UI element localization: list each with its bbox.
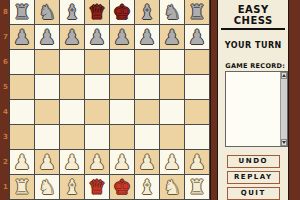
scroll-down-icon[interactable]	[281, 139, 287, 146]
black-rook[interactable]: ♜	[13, 0, 31, 25]
white-knight[interactable]: ♞	[38, 175, 56, 200]
square-c8[interactable]: ♝	[60, 0, 85, 25]
white-pawn[interactable]: ♟	[188, 150, 206, 175]
square-a2[interactable]: ♟	[10, 150, 35, 175]
white-bishop[interactable]: ♝	[138, 175, 156, 200]
record-scrollbar[interactable]	[280, 72, 287, 146]
square-f1[interactable]: ♝	[135, 175, 160, 200]
square-g4[interactable]	[160, 100, 185, 125]
square-d7[interactable]: ♟	[85, 25, 110, 50]
black-bishop[interactable]: ♝	[138, 0, 156, 25]
square-d4[interactable]	[85, 100, 110, 125]
easy-chess-window: 87654321 ♜♞♝♛♚♝♞♜♟♟♟♟♟♟♟♟♟♟♟♟♟♟♟♟♜♞♝♛♚♝♞…	[0, 0, 300, 200]
square-f2[interactable]: ♟	[135, 150, 160, 175]
square-c5[interactable]	[60, 75, 85, 100]
black-queen[interactable]: ♛	[88, 0, 106, 25]
board-sidebar-divider	[210, 0, 217, 200]
white-rook[interactable]: ♜	[188, 175, 206, 200]
game-record-label: GAME RECORD:	[225, 62, 288, 70]
black-pawn[interactable]: ♟	[88, 25, 106, 50]
square-c3[interactable]	[60, 125, 85, 150]
white-pawn[interactable]: ♟	[38, 150, 56, 175]
square-h7[interactable]: ♟	[185, 25, 210, 50]
turn-status: YOUR TURN	[218, 41, 288, 50]
game-record-box[interactable]	[225, 71, 288, 147]
square-d3[interactable]	[85, 125, 110, 150]
square-e2[interactable]: ♟	[110, 150, 135, 175]
square-g8[interactable]: ♞	[160, 0, 185, 25]
square-b8[interactable]: ♞	[35, 0, 60, 25]
square-a4[interactable]	[10, 100, 35, 125]
quit-button[interactable]: QUIT	[227, 187, 280, 200]
square-a5[interactable]	[10, 75, 35, 100]
square-a1[interactable]: ♜	[10, 175, 35, 200]
game-record-text	[228, 73, 278, 145]
square-g5[interactable]	[160, 75, 185, 100]
square-d2[interactable]: ♟	[85, 150, 110, 175]
white-knight[interactable]: ♞	[163, 175, 181, 200]
square-g6[interactable]	[160, 50, 185, 75]
square-e8[interactable]: ♚	[110, 0, 135, 25]
white-pawn[interactable]: ♟	[88, 150, 106, 175]
rank-label-4: 4	[0, 100, 9, 125]
sidebar: EASY CHESS YOUR TURN GAME RECORD: UNDO R…	[217, 0, 289, 200]
scroll-up-icon[interactable]	[281, 72, 287, 79]
white-pawn[interactable]: ♟	[13, 150, 31, 175]
black-pawn[interactable]: ♟	[13, 25, 31, 50]
square-e5[interactable]	[110, 75, 135, 100]
replay-button[interactable]: REPLAY	[227, 171, 280, 184]
rank-label-3: 3	[0, 125, 9, 150]
black-pawn[interactable]: ♟	[138, 25, 156, 50]
square-d5[interactable]	[85, 75, 110, 100]
square-b6[interactable]	[35, 50, 60, 75]
black-pawn[interactable]: ♟	[163, 25, 181, 50]
square-c1[interactable]: ♝	[60, 175, 85, 200]
square-g3[interactable]	[160, 125, 185, 150]
white-pawn[interactable]: ♟	[63, 150, 81, 175]
white-king[interactable]: ♚	[113, 175, 131, 200]
black-knight[interactable]: ♞	[38, 0, 56, 25]
square-e4[interactable]	[110, 100, 135, 125]
square-b7[interactable]: ♟	[35, 25, 60, 50]
square-h6[interactable]	[185, 50, 210, 75]
square-h8[interactable]: ♜	[185, 0, 210, 25]
black-pawn[interactable]: ♟	[63, 25, 81, 50]
square-g1[interactable]: ♞	[160, 175, 185, 200]
square-e6[interactable]	[110, 50, 135, 75]
right-frame	[289, 0, 300, 200]
rank-label-7: 7	[0, 25, 9, 50]
square-a7[interactable]: ♟	[10, 25, 35, 50]
square-e3[interactable]	[110, 125, 135, 150]
square-b2[interactable]: ♟	[35, 150, 60, 175]
black-knight[interactable]: ♞	[163, 0, 181, 25]
square-d6[interactable]	[85, 50, 110, 75]
square-d8[interactable]: ♛	[85, 0, 110, 25]
rank-labels: 87654321	[0, 0, 9, 200]
square-g2[interactable]: ♟	[160, 150, 185, 175]
square-h5[interactable]	[185, 75, 210, 100]
square-f8[interactable]: ♝	[135, 0, 160, 25]
square-b3[interactable]	[35, 125, 60, 150]
square-f3[interactable]	[135, 125, 160, 150]
square-h3[interactable]	[185, 125, 210, 150]
black-pawn[interactable]: ♟	[113, 25, 131, 50]
white-queen[interactable]: ♛	[88, 175, 106, 200]
square-c4[interactable]	[60, 100, 85, 125]
square-c6[interactable]	[60, 50, 85, 75]
square-a6[interactable]	[10, 50, 35, 75]
button-stack: UNDO REPLAY QUIT	[218, 155, 288, 200]
undo-button[interactable]: UNDO	[227, 155, 280, 168]
square-c7[interactable]: ♟	[60, 25, 85, 50]
title-underline	[221, 28, 285, 30]
rank-label-1: 1	[0, 175, 9, 200]
rank-label-8: 8	[0, 0, 9, 25]
app-title: EASY CHESS	[218, 4, 288, 26]
white-pawn[interactable]: ♟	[163, 150, 181, 175]
black-pawn[interactable]: ♟	[38, 25, 56, 50]
rank-label-5: 5	[0, 75, 9, 100]
square-f4[interactable]	[135, 100, 160, 125]
square-b1[interactable]: ♞	[35, 175, 60, 200]
white-pawn[interactable]: ♟	[138, 150, 156, 175]
rank-label-2: 2	[0, 150, 9, 175]
white-pawn[interactable]: ♟	[113, 150, 131, 175]
white-bishop[interactable]: ♝	[63, 175, 81, 200]
square-g7[interactable]: ♟	[160, 25, 185, 50]
black-bishop[interactable]: ♝	[63, 0, 81, 25]
square-e1[interactable]: ♚	[110, 175, 135, 200]
square-c2[interactable]: ♟	[60, 150, 85, 175]
square-e7[interactable]: ♟	[110, 25, 135, 50]
square-f5[interactable]	[135, 75, 160, 100]
square-f6[interactable]	[135, 50, 160, 75]
square-h2[interactable]: ♟	[185, 150, 210, 175]
square-h1[interactable]: ♜	[185, 175, 210, 200]
black-king[interactable]: ♚	[113, 0, 131, 25]
square-f7[interactable]: ♟	[135, 25, 160, 50]
square-a8[interactable]: ♜	[10, 0, 35, 25]
square-b4[interactable]	[35, 100, 60, 125]
square-h4[interactable]	[185, 100, 210, 125]
chess-board: ♜♞♝♛♚♝♞♜♟♟♟♟♟♟♟♟♟♟♟♟♟♟♟♟♜♞♝♛♚♝♞♜	[9, 0, 210, 200]
square-d1[interactable]: ♛	[85, 175, 110, 200]
square-b5[interactable]	[35, 75, 60, 100]
black-pawn[interactable]: ♟	[188, 25, 206, 50]
black-rook[interactable]: ♜	[188, 0, 206, 25]
white-rook[interactable]: ♜	[13, 175, 31, 200]
square-a3[interactable]	[10, 125, 35, 150]
rank-label-6: 6	[0, 50, 9, 75]
